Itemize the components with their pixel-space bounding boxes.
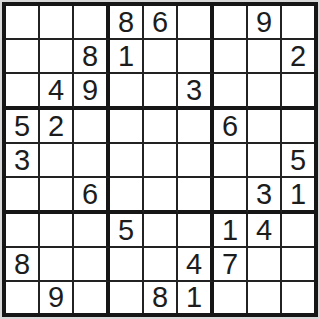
sudoku-cell-r3c2[interactable]: 4: [40, 74, 74, 110]
sudoku-cell-r8c7[interactable]: 7: [214, 248, 248, 282]
sudoku-cell-r6c9[interactable]: 1: [282, 178, 314, 214]
sudoku-cell-r6c4[interactable]: [110, 178, 144, 214]
sudoku-cell-r4c7[interactable]: 6: [214, 110, 248, 144]
sudoku-cell-r5c9[interactable]: 5: [282, 144, 314, 178]
sudoku-cell-r2c3[interactable]: 8: [74, 40, 110, 74]
sudoku-cell-r5c8[interactable]: [248, 144, 282, 178]
sudoku-cell-r7c9[interactable]: [282, 214, 314, 248]
sudoku-cell-r2c5[interactable]: [144, 40, 178, 74]
sudoku-cell-r1c6[interactable]: [178, 6, 214, 40]
sudoku-cell-r8c1[interactable]: 8: [6, 248, 40, 282]
sudoku-cell-r9c7[interactable]: [214, 282, 248, 313]
sudoku-cell-r9c9[interactable]: [282, 282, 314, 313]
sudoku-cell-r2c4[interactable]: 1: [110, 40, 144, 74]
sudoku-cell-r5c4[interactable]: [110, 144, 144, 178]
sudoku-cell-r6c1[interactable]: [6, 178, 40, 214]
sudoku-cell-r2c9[interactable]: 2: [282, 40, 314, 74]
sudoku-cell-r2c6[interactable]: [178, 40, 214, 74]
sudoku-cell-r4c3[interactable]: [74, 110, 110, 144]
sudoku-cell-r8c9[interactable]: [282, 248, 314, 282]
sudoku-cell-r6c8[interactable]: 3: [248, 178, 282, 214]
sudoku-cell-r7c2[interactable]: [40, 214, 74, 248]
sudoku-cell-r6c7[interactable]: [214, 178, 248, 214]
sudoku-cell-r8c8[interactable]: [248, 248, 282, 282]
sudoku-cell-r7c5[interactable]: [144, 214, 178, 248]
sudoku-cell-r7c3[interactable]: [74, 214, 110, 248]
sudoku-cell-r3c3[interactable]: 9: [74, 74, 110, 110]
sudoku-cell-r1c2[interactable]: [40, 6, 74, 40]
sudoku-cell-r3c8[interactable]: [248, 74, 282, 110]
sudoku-cell-r2c2[interactable]: [40, 40, 74, 74]
sudoku-cell-r7c7[interactable]: 1: [214, 214, 248, 248]
sudoku-cell-r5c7[interactable]: [214, 144, 248, 178]
sudoku-board: 86981249352635631514847981: [2, 2, 318, 317]
sudoku-cell-r7c1[interactable]: [6, 214, 40, 248]
sudoku-cell-r7c6[interactable]: [178, 214, 214, 248]
sudoku-cell-r6c5[interactable]: [144, 178, 178, 214]
sudoku-cell-r3c7[interactable]: [214, 74, 248, 110]
sudoku-cell-r6c3[interactable]: 6: [74, 178, 110, 214]
sudoku-cell-r8c4[interactable]: [110, 248, 144, 282]
sudoku-cell-r8c5[interactable]: [144, 248, 178, 282]
sudoku-cell-r5c2[interactable]: [40, 144, 74, 178]
sudoku-cell-r3c1[interactable]: [6, 74, 40, 110]
sudoku-cell-r7c4[interactable]: 5: [110, 214, 144, 248]
sudoku-cell-r6c6[interactable]: [178, 178, 214, 214]
sudoku-cell-r4c1[interactable]: 5: [6, 110, 40, 144]
sudoku-cell-r2c7[interactable]: [214, 40, 248, 74]
sudoku-cell-r6c2[interactable]: [40, 178, 74, 214]
sudoku-cell-r2c8[interactable]: [248, 40, 282, 74]
sudoku-cell-r4c2[interactable]: 2: [40, 110, 74, 144]
sudoku-cell-r4c8[interactable]: [248, 110, 282, 144]
sudoku-cell-r1c4[interactable]: 8: [110, 6, 144, 40]
sudoku-cell-r4c5[interactable]: [144, 110, 178, 144]
sudoku-cell-r4c4[interactable]: [110, 110, 144, 144]
sudoku-cell-r9c6[interactable]: 1: [178, 282, 214, 313]
sudoku-cell-r1c1[interactable]: [6, 6, 40, 40]
sudoku-cell-r8c6[interactable]: 4: [178, 248, 214, 282]
sudoku-cell-r1c5[interactable]: 6: [144, 6, 178, 40]
sudoku-cell-r4c9[interactable]: [282, 110, 314, 144]
sudoku-cell-r1c3[interactable]: [74, 6, 110, 40]
sudoku-cell-r3c9[interactable]: [282, 74, 314, 110]
sudoku-cell-r9c2[interactable]: 9: [40, 282, 74, 313]
sudoku-cell-r3c5[interactable]: [144, 74, 178, 110]
sudoku-cell-r9c5[interactable]: 8: [144, 282, 178, 313]
sudoku-cell-r7c8[interactable]: 4: [248, 214, 282, 248]
sudoku-cell-r1c7[interactable]: [214, 6, 248, 40]
sudoku-cell-r1c9[interactable]: [282, 6, 314, 40]
sudoku-cell-r5c6[interactable]: [178, 144, 214, 178]
sudoku-cell-r9c4[interactable]: [110, 282, 144, 313]
sudoku-cell-r9c3[interactable]: [74, 282, 110, 313]
sudoku-cell-r2c1[interactable]: [6, 40, 40, 74]
sudoku-cell-r9c8[interactable]: [248, 282, 282, 313]
sudoku-cell-r9c1[interactable]: [6, 282, 40, 313]
sudoku-cell-r5c5[interactable]: [144, 144, 178, 178]
sudoku-cell-r8c2[interactable]: [40, 248, 74, 282]
sudoku-cell-r5c1[interactable]: 3: [6, 144, 40, 178]
sudoku-cell-r1c8[interactable]: 9: [248, 6, 282, 40]
sudoku-cell-r5c3[interactable]: [74, 144, 110, 178]
sudoku-cell-r4c6[interactable]: [178, 110, 214, 144]
sudoku-cell-r3c6[interactable]: 3: [178, 74, 214, 110]
sudoku-cell-r3c4[interactable]: [110, 74, 144, 110]
sudoku-cell-r8c3[interactable]: [74, 248, 110, 282]
page: 86981249352635631514847981: [0, 0, 320, 319]
